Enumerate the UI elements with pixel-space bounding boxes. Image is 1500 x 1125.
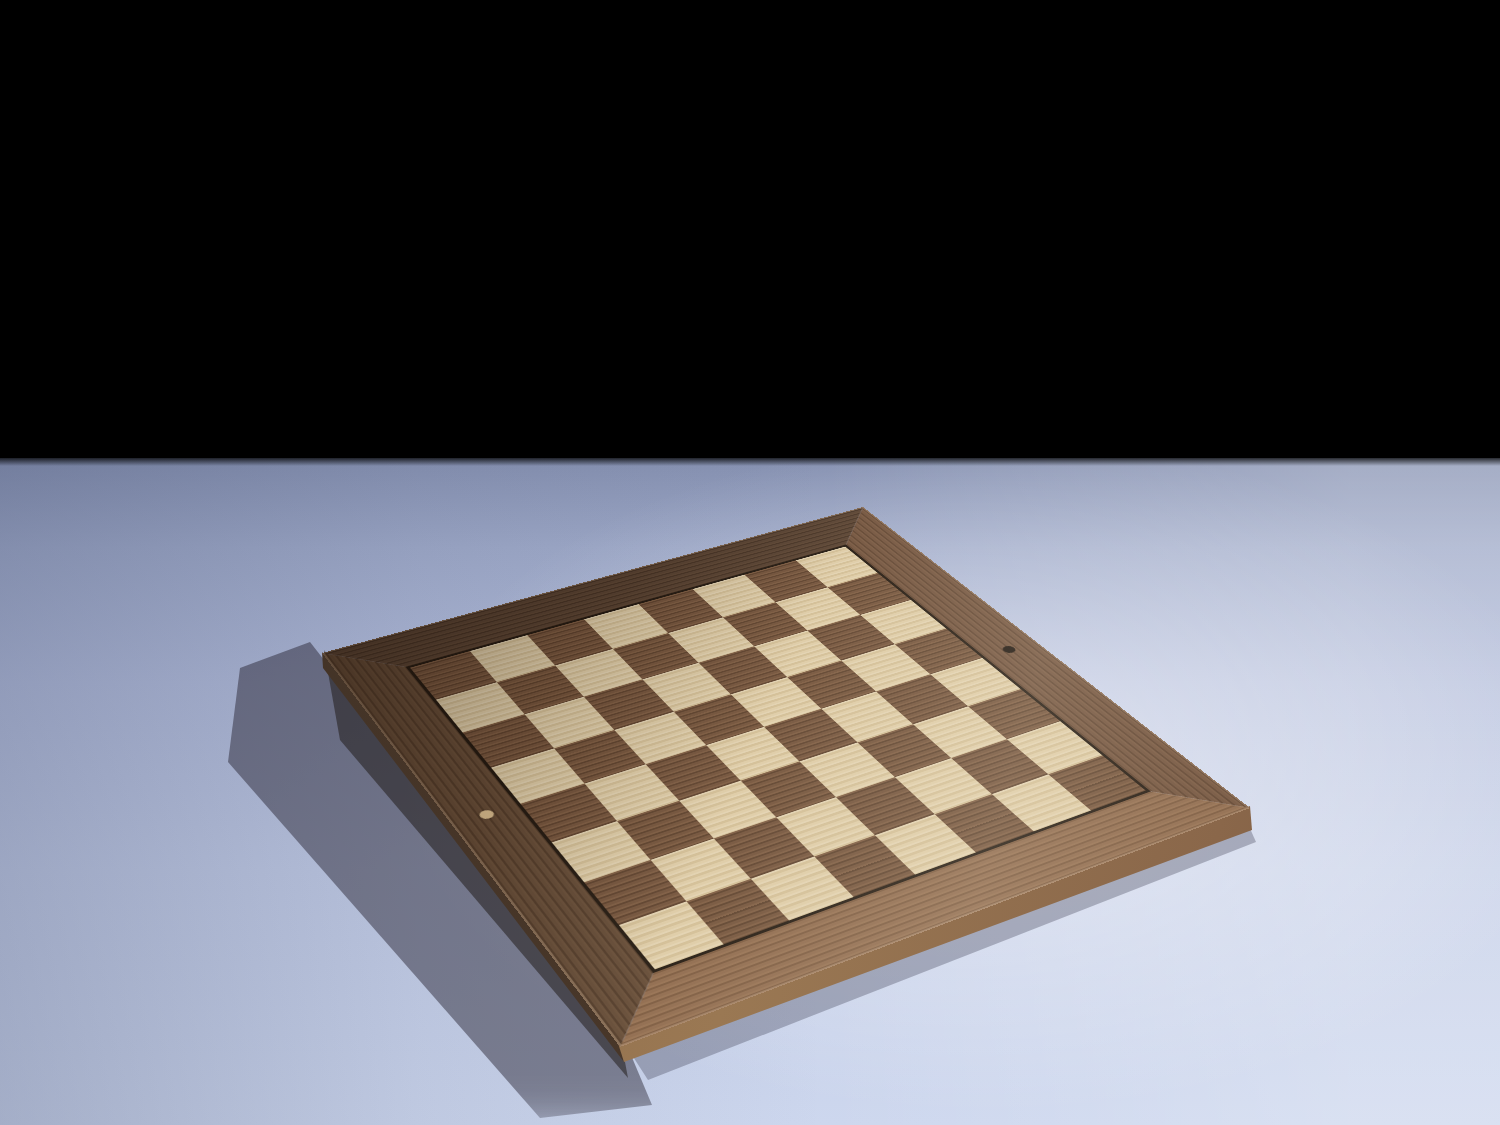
scene-stage — [0, 0, 1500, 1125]
horizon-fade — [0, 457, 1500, 466]
black-backdrop — [0, 0, 1500, 458]
